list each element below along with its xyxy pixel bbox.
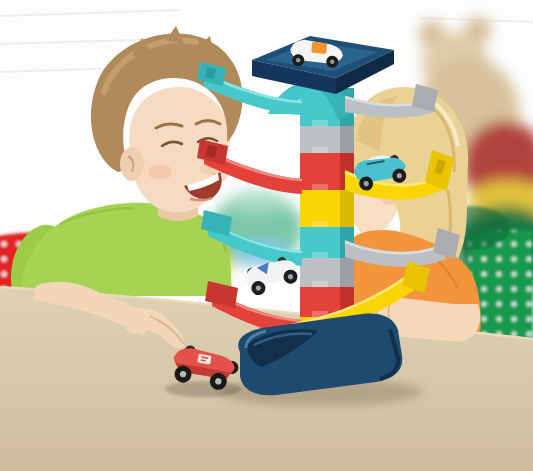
scene-svg — [0, 0, 533, 471]
boy-ear — [120, 147, 144, 181]
photo-canvas — [0, 0, 533, 471]
